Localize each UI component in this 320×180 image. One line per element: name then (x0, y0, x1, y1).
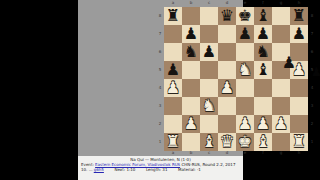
square-g2[interactable]: ♟ (272, 115, 290, 133)
square-h3[interactable] (290, 97, 308, 115)
square-d4[interactable]: ♟ (218, 79, 236, 97)
rank-labels-right: 87654321 (309, 7, 315, 151)
white-rook-piece[interactable]: ♜ (292, 133, 306, 151)
square-d7[interactable] (218, 25, 236, 43)
move-link[interactable]: g6h5 (94, 167, 104, 172)
coord-label-b: b (182, 0, 200, 6)
square-g6[interactable] (272, 43, 290, 61)
square-g3[interactable] (272, 97, 290, 115)
black-pawn-piece[interactable]: ♟ (256, 25, 270, 43)
square-h6[interactable] (290, 43, 308, 61)
coord-label-3: 3 (309, 97, 315, 115)
square-h4[interactable] (290, 79, 308, 97)
white-king-piece[interactable]: ♚ (238, 133, 252, 151)
square-b1[interactable] (182, 133, 200, 151)
coord-label-8: 8 (157, 7, 163, 25)
square-b8[interactable] (182, 7, 200, 25)
coord-label-3: 3 (157, 97, 163, 115)
square-a6[interactable] (164, 43, 182, 61)
square-c4[interactable] (200, 79, 218, 97)
white-pawn-piece[interactable]: ♟ (220, 79, 234, 97)
rank-labels-left: 87654321 (157, 7, 163, 151)
square-e6[interactable] (236, 43, 254, 61)
square-f5[interactable]: ♝ (254, 61, 272, 79)
square-d2[interactable] (218, 115, 236, 133)
square-c7[interactable] (200, 25, 218, 43)
black-pawn-piece[interactable]: ♟ (292, 25, 306, 43)
coord-label-4: 4 (157, 79, 163, 97)
square-b4[interactable] (182, 79, 200, 97)
coord-label-6: 6 (309, 43, 315, 61)
coord-label-7: 7 (309, 25, 315, 43)
square-e5[interactable]: ♞ (236, 61, 254, 79)
white-pawn-piece[interactable]: ♟ (274, 115, 288, 133)
coord-label-4: 4 (309, 79, 315, 97)
square-g1[interactable] (272, 133, 290, 151)
square-g8[interactable] (272, 7, 290, 25)
black-pawn-icon: ♟ (311, 65, 320, 79)
square-g5[interactable] (272, 61, 290, 79)
white-pawn-piece[interactable]: ♟ (292, 61, 306, 79)
square-d6[interactable] (218, 43, 236, 61)
square-a3[interactable] (164, 97, 182, 115)
black-pawn-piece[interactable]: ♟ (238, 25, 252, 43)
game-info-panel: Na Qui — Montulerien, N (1-0) Event: Eas… (78, 156, 243, 180)
square-a8[interactable]: ♜ (164, 7, 182, 25)
square-h7[interactable]: ♟ (290, 25, 308, 43)
square-b7[interactable]: ♟ (182, 25, 200, 43)
file-labels-top: abcdefgh (164, 0, 308, 6)
square-h5[interactable]: ♟ (290, 61, 308, 79)
white-pawn-piece[interactable]: ♟ (238, 115, 252, 133)
white-knight-piece[interactable]: ♞ (238, 61, 252, 79)
chess-board[interactable]: ♜♛♚♝♜♟♟♟♟♞♟♞♟♞♝♟♟♟♞♟♟♟♟♜♝♛♚♝♜♟ (164, 7, 308, 151)
white-pawn-piece[interactable]: ♟ (184, 115, 198, 133)
board-margin: abcdefgh abcdefgh 87654321 87654321 ♜♛♚♝… (78, 0, 243, 156)
square-c2[interactable] (200, 115, 218, 133)
square-c5[interactable] (200, 61, 218, 79)
square-d1[interactable]: ♛ (218, 133, 236, 151)
square-d8[interactable]: ♛ (218, 7, 236, 25)
square-b6[interactable]: ♞ (182, 43, 200, 61)
stats-line: 10. ... g6h5 Next: 1:10 Length: 31 Mater… (78, 167, 243, 172)
coord-label-2: 2 (157, 115, 163, 133)
square-e4[interactable] (236, 79, 254, 97)
square-a2[interactable] (164, 115, 182, 133)
coord-label-1: 1 (309, 133, 315, 151)
square-f6[interactable]: ♞ (254, 43, 272, 61)
white-pawn-piece[interactable]: ♟ (166, 79, 180, 97)
black-pawn-piece[interactable]: ♟ (166, 61, 180, 79)
length-label: Length: 31 (146, 167, 168, 172)
square-c8[interactable] (200, 7, 218, 25)
square-c6[interactable]: ♟ (200, 43, 218, 61)
black-bishop-piece[interactable]: ♝ (256, 7, 270, 25)
square-h1[interactable]: ♜ (290, 133, 308, 151)
square-f1[interactable]: ♝ (254, 133, 272, 151)
video-frame: abcdefgh abcdefgh 87654321 87654321 ♜♛♚♝… (0, 0, 320, 180)
square-d3[interactable] (218, 97, 236, 115)
coord-label-8: 8 (309, 7, 315, 25)
white-pawn-piece[interactable]: ♟ (256, 115, 270, 133)
coord-label-2: 2 (309, 115, 315, 133)
square-b3[interactable] (182, 97, 200, 115)
square-g4[interactable] (272, 79, 290, 97)
square-e3[interactable] (236, 97, 254, 115)
square-a5[interactable]: ♟ (164, 61, 182, 79)
move-number: 10. ... (81, 167, 92, 172)
square-b2[interactable]: ♟ (182, 115, 200, 133)
square-e7[interactable]: ♟ (236, 25, 254, 43)
next-label: Next: 1:10 (114, 167, 135, 172)
black-rook-piece[interactable]: ♜ (166, 7, 180, 25)
square-e8[interactable]: ♚ (236, 7, 254, 25)
coord-label-5: 5 (157, 61, 163, 79)
square-f4[interactable] (254, 79, 272, 97)
square-f7[interactable]: ♟ (254, 25, 272, 43)
square-f2[interactable]: ♟ (254, 115, 272, 133)
square-c1[interactable]: ♝ (200, 133, 218, 151)
square-g7[interactable] (272, 25, 290, 43)
coord-label-g: g (272, 0, 290, 6)
material-label: Material: -1 (178, 167, 201, 172)
square-e1[interactable]: ♚ (236, 133, 254, 151)
square-e2[interactable]: ♟ (236, 115, 254, 133)
square-a7[interactable] (164, 25, 182, 43)
coord-label-6: 6 (157, 43, 163, 61)
square-h8[interactable]: ♜ (290, 7, 308, 25)
black-knight-piece[interactable]: ♞ (184, 43, 198, 61)
square-h2[interactable] (290, 115, 308, 133)
black-knight-piece[interactable]: ♞ (256, 43, 270, 61)
white-bishop-piece[interactable]: ♝ (256, 133, 270, 151)
black-bishop-piece[interactable]: ♝ (256, 61, 270, 79)
black-pawn-piece[interactable]: ♟ (202, 43, 216, 61)
white-knight-piece[interactable]: ♞ (202, 97, 216, 115)
square-f3[interactable] (254, 97, 272, 115)
white-bishop-piece[interactable]: ♝ (202, 133, 216, 151)
square-d5[interactable] (218, 61, 236, 79)
black-rook-piece[interactable]: ♜ (292, 7, 306, 25)
square-b5[interactable] (182, 61, 200, 79)
black-queen-piece[interactable]: ♛ (220, 7, 234, 25)
white-rook-piece[interactable]: ♜ (166, 133, 180, 151)
black-king-piece[interactable]: ♚ (238, 7, 252, 25)
coord-label-c: c (200, 0, 218, 6)
square-a4[interactable]: ♟ (164, 79, 182, 97)
white-queen-piece[interactable]: ♛ (220, 133, 234, 151)
square-f8[interactable]: ♝ (254, 7, 272, 25)
coord-label-7: 7 (157, 25, 163, 43)
square-a1[interactable]: ♜ (164, 133, 182, 151)
square-c3[interactable]: ♞ (200, 97, 218, 115)
black-pawn-piece[interactable]: ♟ (184, 25, 198, 43)
coord-label-1: 1 (157, 133, 163, 151)
